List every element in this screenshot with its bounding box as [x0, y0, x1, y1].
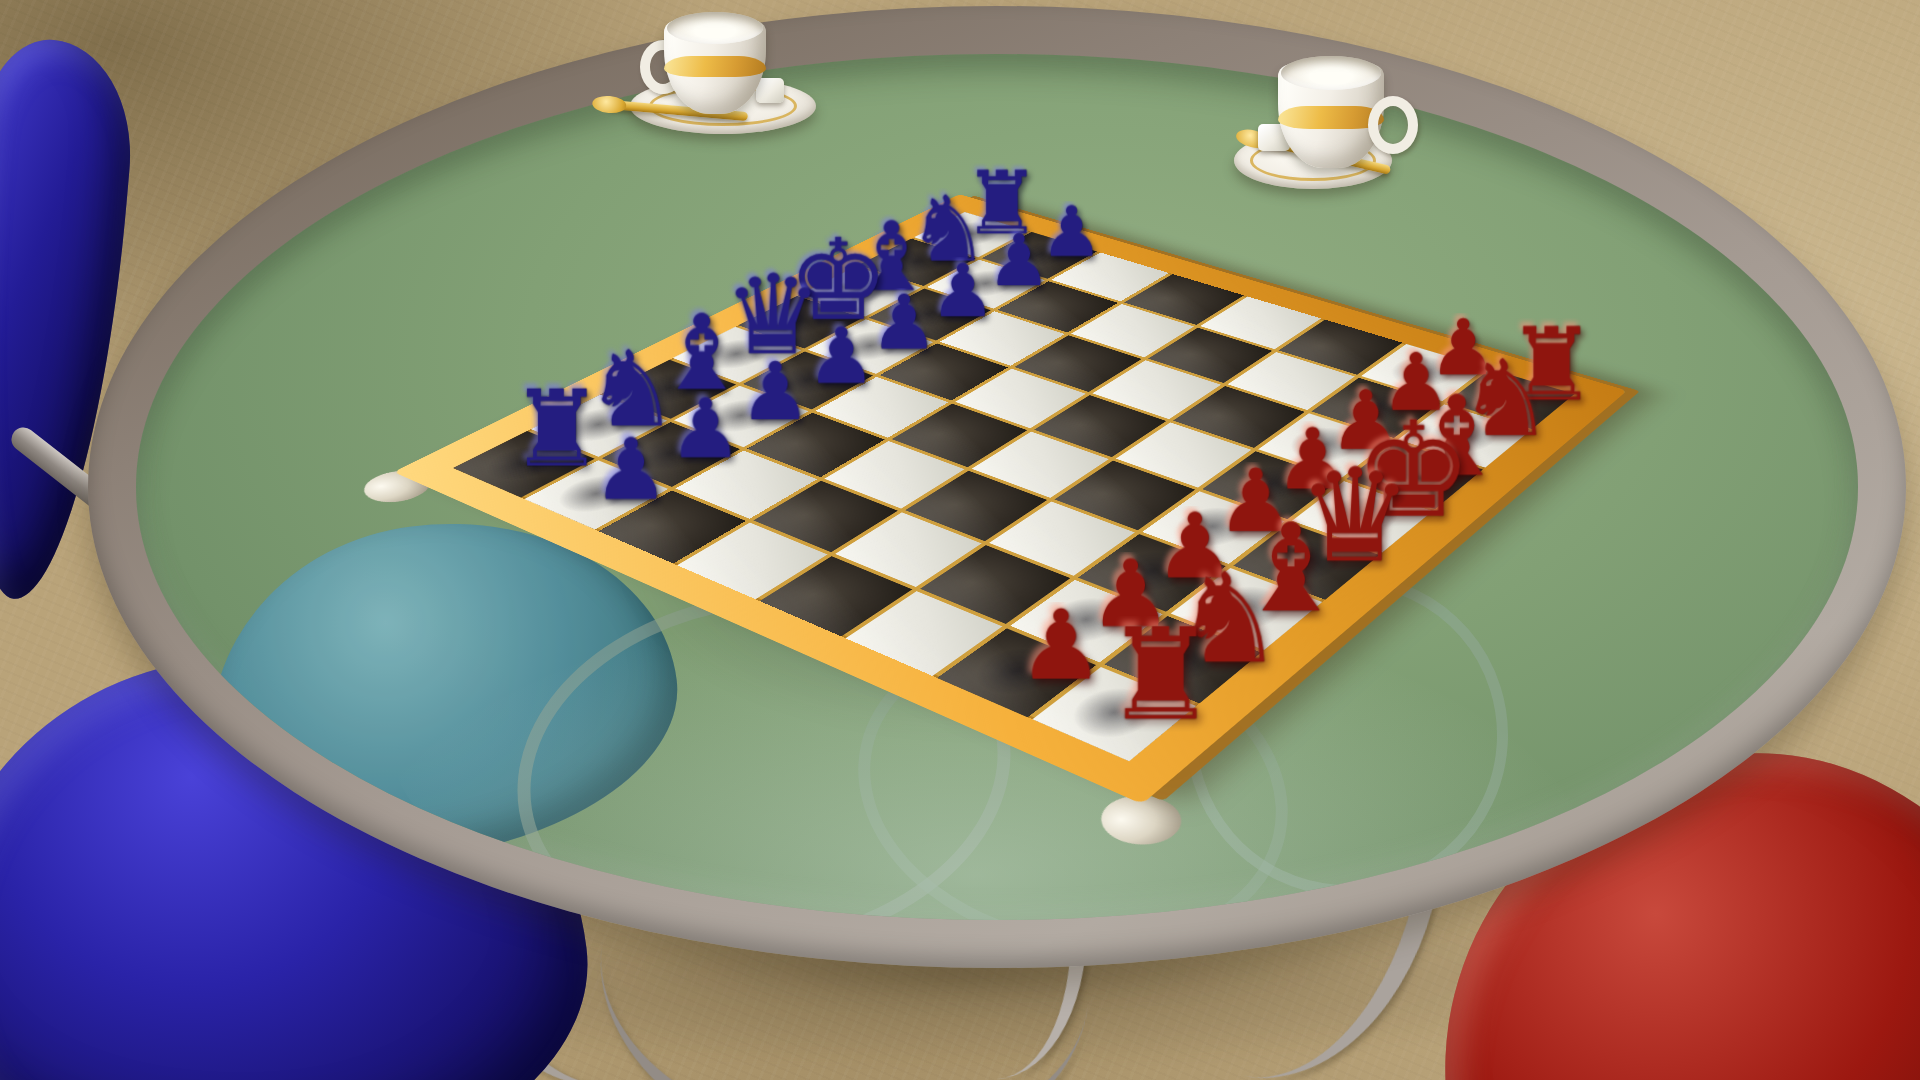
cup-gold-band — [664, 56, 766, 77]
rendered-chess-scene: ♜♞♝♛♚♝♞♜♟♟♟♟♟♟♟♟♟♟♟♟♟♟♟♟♜♞♝♛♚♝♞♜ — [0, 0, 1920, 1080]
red-rook[interactable]: ♜ — [1102, 616, 1220, 732]
cup-rim — [667, 12, 763, 44]
cup-handle — [1368, 96, 1418, 154]
cup-rim — [1281, 56, 1381, 90]
sugar-cube — [756, 78, 784, 103]
blue-pawn[interactable]: ♟ — [580, 430, 682, 508]
